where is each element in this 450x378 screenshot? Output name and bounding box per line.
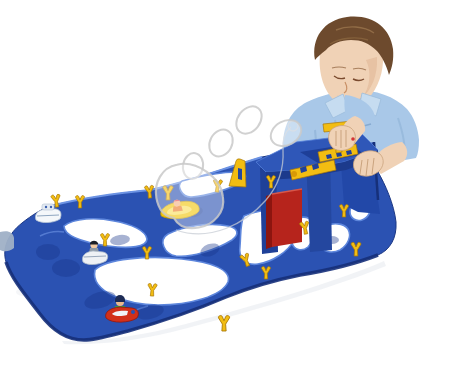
water-outlet-tab — [0, 231, 14, 251]
boy-right-fist — [329, 126, 356, 151]
sluice-gate-slot — [238, 168, 242, 180]
product-photo-canvas — [0, 0, 450, 378]
water-texture — [36, 244, 60, 260]
red-lock-pillar-side — [266, 194, 272, 249]
product-photo — [0, 0, 450, 378]
crane-pivot — [291, 171, 297, 177]
red-wrist-band — [351, 137, 355, 141]
speedboat-bow-light — [131, 310, 135, 314]
paw-toe — [205, 125, 238, 160]
ferry-window — [45, 206, 47, 208]
red-lock-pillar — [272, 189, 302, 247]
water-texture — [52, 259, 80, 277]
ferry-cabin — [42, 204, 54, 210]
ferry-window — [50, 206, 52, 208]
paw-toe — [231, 101, 267, 138]
